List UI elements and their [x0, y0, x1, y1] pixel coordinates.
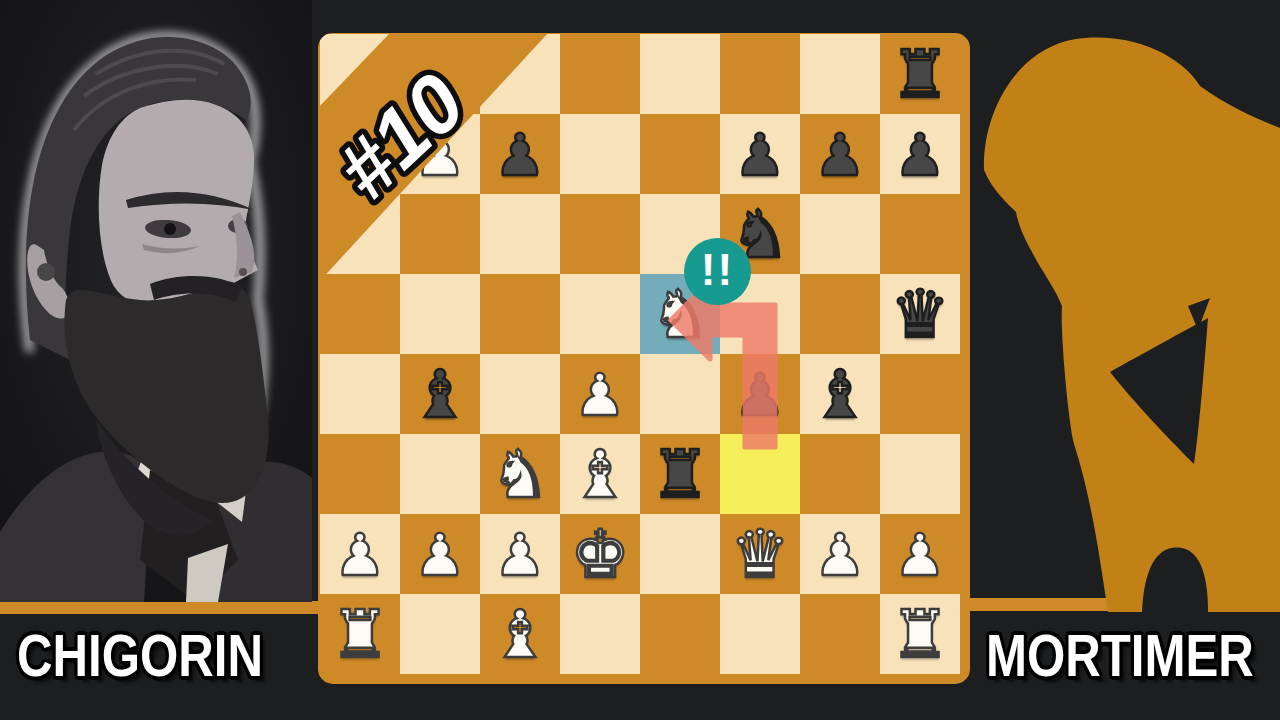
- piece-white-knight-c3[interactable]: ♞: [480, 434, 560, 514]
- square-a4[interactable]: [320, 354, 400, 434]
- piece-white-rook-a1[interactable]: ♜: [320, 594, 400, 674]
- thinker-body: [984, 38, 1280, 612]
- thinker-silhouette: [960, 0, 1280, 612]
- player-name-white: CHIGORIN: [17, 626, 263, 686]
- square-d6[interactable]: [560, 194, 640, 274]
- square-h4[interactable]: [880, 354, 960, 434]
- piece-white-pawn-b7[interactable]: ♟: [400, 114, 480, 194]
- piece-black-bishop-g4[interactable]: ♝: [800, 354, 880, 434]
- square-c4[interactable]: [480, 354, 560, 434]
- square-d7[interactable]: [560, 114, 640, 194]
- left-ribbon: [0, 601, 320, 614]
- piece-black-bishop-b4[interactable]: ♝: [400, 354, 480, 434]
- square-f1[interactable]: [720, 594, 800, 674]
- square-c5[interactable]: [480, 274, 560, 354]
- square-e8[interactable]: [640, 34, 720, 114]
- square-g8[interactable]: [800, 34, 880, 114]
- piece-black-rook-e3[interactable]: ♜: [640, 434, 720, 514]
- square-b5[interactable]: [400, 274, 480, 354]
- square-h3[interactable]: [880, 434, 960, 514]
- square-g5[interactable]: [800, 274, 880, 354]
- piece-white-rook-h1[interactable]: ♜: [880, 594, 960, 674]
- brilliant-move-badge: !!: [684, 238, 751, 305]
- square-a7[interactable]: [320, 114, 400, 194]
- piece-black-pawn-f4[interactable]: ♟: [720, 354, 800, 434]
- square-g3[interactable]: [800, 434, 880, 514]
- square-g1[interactable]: [800, 594, 880, 674]
- piece-white-pawn-g2[interactable]: ♟: [800, 514, 880, 594]
- piece-white-pawn-d4[interactable]: ♟: [560, 354, 640, 434]
- piece-black-pawn-g7[interactable]: ♟: [800, 114, 880, 194]
- player-name-black: MORTIMER: [986, 626, 1254, 686]
- piece-white-pawn-a2[interactable]: ♟: [320, 514, 400, 594]
- square-d5[interactable]: [560, 274, 640, 354]
- piece-black-pawn-h7[interactable]: ♟: [880, 114, 960, 194]
- square-e4[interactable]: [640, 354, 720, 434]
- square-e1[interactable]: [640, 594, 720, 674]
- piece-black-rook-h8[interactable]: ♜: [880, 34, 960, 114]
- square-b3[interactable]: [400, 434, 480, 514]
- piece-white-bishop-c1[interactable]: ♝: [480, 594, 560, 674]
- piece-black-pawn-f7[interactable]: ♟: [720, 114, 800, 194]
- square-c6[interactable]: [480, 194, 560, 274]
- square-b6[interactable]: [400, 194, 480, 274]
- piece-white-king-d2[interactable]: ♚: [560, 514, 640, 594]
- piece-white-pawn-c2[interactable]: ♟: [480, 514, 560, 594]
- square-f8[interactable]: [720, 34, 800, 114]
- square-h6[interactable]: [880, 194, 960, 274]
- square-e7[interactable]: [640, 114, 720, 194]
- chigorin-portrait: [0, 0, 312, 602]
- square-e2[interactable]: [640, 514, 720, 594]
- piece-white-pawn-b2[interactable]: ♟: [400, 514, 480, 594]
- square-d1[interactable]: [560, 594, 640, 674]
- square-a3[interactable]: [320, 434, 400, 514]
- piece-black-queen-h5[interactable]: ♛: [880, 274, 960, 354]
- board-squares: ♜♟♟♟♟♟♞♞♛♝♟♟♝♞♝♜♟♟♟♚♛♟♟♜♝♜: [320, 34, 960, 674]
- piece-white-bishop-d3[interactable]: ♝: [560, 434, 640, 514]
- square-c8[interactable]: [480, 34, 560, 114]
- piece-black-pawn-c7[interactable]: ♟: [480, 114, 560, 194]
- square-a6[interactable]: [320, 194, 400, 274]
- square-b8[interactable]: [400, 34, 480, 114]
- chess-board[interactable]: ♜♟♟♟♟♟♞♞♛♝♟♟♝♞♝♜♟♟♟♚♛♟♟♜♝♜ #10: [318, 33, 970, 684]
- square-d8[interactable]: [560, 34, 640, 114]
- piece-white-queen-f2[interactable]: ♛: [720, 514, 800, 594]
- square-b1[interactable]: [400, 594, 480, 674]
- square-a8[interactable]: [320, 34, 400, 114]
- square-f3[interactable]: [720, 434, 800, 514]
- piece-white-pawn-h2[interactable]: ♟: [880, 514, 960, 594]
- square-a5[interactable]: [320, 274, 400, 354]
- square-g6[interactable]: [800, 194, 880, 274]
